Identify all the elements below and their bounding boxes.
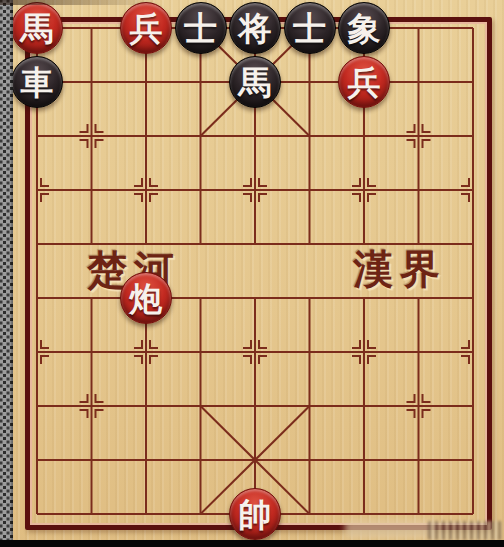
piece-red-general[interactable]: 帥 <box>229 488 281 540</box>
river-label-han-jie: 漢界 <box>353 242 447 297</box>
piece-black-horse[interactable]: 馬 <box>229 56 281 108</box>
piece-black-general[interactable]: 将 <box>229 2 281 54</box>
piece-black-advisor[interactable]: 士 <box>175 2 227 54</box>
bottom-black-bar <box>0 540 504 547</box>
piece-red-soldier[interactable]: 兵 <box>120 2 172 54</box>
piece-red-horse[interactable]: 馬 <box>11 2 63 54</box>
piece-black-advisor[interactable]: 士 <box>284 2 336 54</box>
piece-black-elephant[interactable]: 象 <box>338 2 390 54</box>
piece-black-chariot[interactable]: 車 <box>11 56 63 108</box>
piece-red-cannon[interactable]: 炮 <box>120 272 172 324</box>
piece-red-soldier[interactable]: 兵 <box>338 56 390 108</box>
left-texture-strip <box>0 0 13 547</box>
watermark-blur <box>428 521 502 540</box>
xiangqi-app: 楚河 漢界 馬兵士将士象車馬兵炮帥 <box>0 0 504 547</box>
top-left-shading <box>0 0 160 5</box>
watermark-smudge <box>345 520 435 538</box>
